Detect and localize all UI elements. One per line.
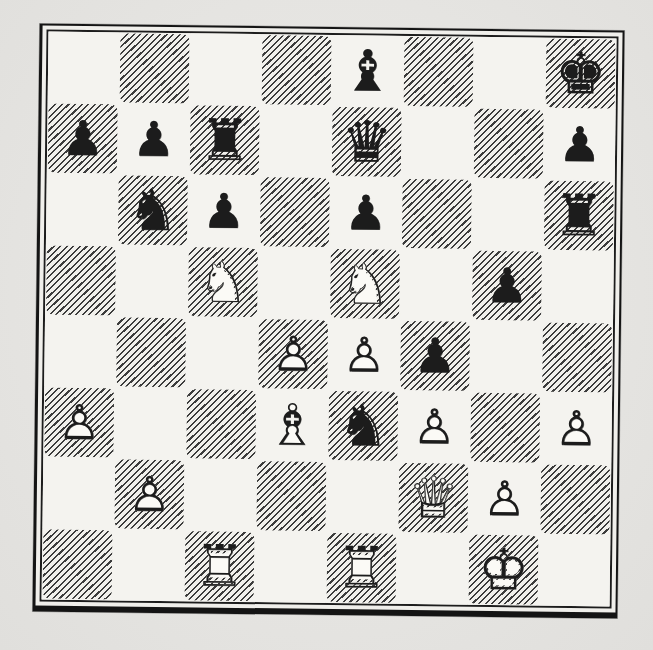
square-a2[interactable] [42, 458, 114, 530]
square-a6[interactable] [46, 174, 118, 246]
square-a7[interactable]: ♟ [47, 103, 119, 175]
piece-black-pawn: ♟ [471, 250, 543, 322]
square-c5[interactable]: ♘ [187, 246, 259, 318]
square-g3[interactable] [469, 392, 541, 464]
square-e3[interactable]: ♞ [327, 390, 399, 462]
piece-white-bishop: ♗ [256, 389, 328, 461]
square-b2[interactable]: ♙ [113, 458, 185, 530]
piece-white-king: ♔ [468, 534, 540, 606]
square-c4[interactable] [186, 317, 258, 389]
square-g2[interactable]: ♙ [468, 463, 540, 535]
square-e6[interactable]: ♟ [330, 177, 402, 249]
square-e4[interactable]: ♙ [328, 319, 400, 391]
square-e1[interactable]: ♖ [326, 532, 398, 604]
square-b6[interactable]: ♞ [117, 174, 189, 246]
chess-board: ♝♚♟♟♜♛♟♞♟♟♜♘♘♟♙♙♟♙♗♞♙♙♙♕♙♖♖♔ [42, 32, 617, 607]
square-d8[interactable] [261, 34, 333, 106]
square-e5[interactable]: ♘ [329, 248, 401, 320]
piece-white-pawn: ♙ [328, 319, 400, 391]
piece-black-pawn: ♟ [399, 320, 471, 392]
piece-white-knight: ♘ [329, 248, 401, 320]
square-f5[interactable] [400, 249, 472, 321]
square-f3[interactable]: ♙ [398, 391, 470, 463]
square-g7[interactable] [473, 108, 545, 180]
piece-black-pawn: ♟ [330, 177, 402, 249]
square-a4[interactable] [44, 316, 116, 388]
square-b7[interactable]: ♟ [118, 103, 190, 175]
square-h1[interactable] [539, 535, 611, 607]
square-f4[interactable]: ♟ [399, 320, 471, 392]
square-a3[interactable]: ♙ [43, 387, 115, 459]
piece-black-king: ♚ [545, 38, 617, 110]
piece-white-pawn: ♙ [540, 393, 612, 465]
square-c7[interactable]: ♜ [189, 104, 261, 176]
piece-white-queen: ♕ [397, 462, 469, 534]
square-d7[interactable] [260, 105, 332, 177]
square-h4[interactable] [541, 322, 613, 394]
square-c8[interactable] [190, 33, 262, 105]
piece-black-pawn: ♟ [47, 103, 119, 175]
square-d4[interactable]: ♙ [257, 318, 329, 390]
square-d2[interactable] [255, 460, 327, 532]
square-g1[interactable]: ♔ [468, 534, 540, 606]
square-h6[interactable]: ♜ [543, 180, 615, 252]
piece-black-knight: ♞ [327, 390, 399, 462]
square-d3[interactable]: ♗ [256, 389, 328, 461]
square-e8[interactable]: ♝ [332, 35, 404, 107]
piece-white-pawn: ♙ [257, 318, 329, 390]
square-c1[interactable]: ♖ [184, 530, 256, 602]
square-e7[interactable]: ♛ [331, 106, 403, 178]
square-g4[interactable] [470, 321, 542, 393]
square-b4[interactable] [115, 316, 187, 388]
chess-board-inner-border: ♝♚♟♟♜♛♟♞♟♟♜♘♘♟♙♙♟♙♗♞♙♙♙♕♙♖♖♔ [40, 30, 619, 609]
square-a8[interactable] [48, 32, 120, 104]
piece-white-rook: ♖ [326, 532, 398, 604]
square-c3[interactable] [185, 388, 257, 460]
piece-black-queen: ♛ [331, 106, 403, 178]
square-f8[interactable] [403, 36, 475, 108]
square-c2[interactable] [184, 459, 256, 531]
piece-black-pawn: ♟ [118, 103, 190, 175]
piece-white-pawn: ♙ [113, 458, 185, 530]
piece-black-rook: ♜ [189, 104, 261, 176]
piece-white-rook: ♖ [184, 530, 256, 602]
square-h7[interactable]: ♟ [544, 109, 616, 181]
square-h2[interactable] [539, 464, 611, 536]
square-g8[interactable] [474, 37, 546, 109]
square-b8[interactable] [119, 32, 191, 104]
square-e2[interactable] [326, 461, 398, 533]
square-g5[interactable]: ♟ [471, 250, 543, 322]
square-a1[interactable] [42, 529, 114, 601]
square-h3[interactable]: ♙ [540, 393, 612, 465]
square-d1[interactable] [255, 531, 327, 603]
piece-black-rook: ♜ [543, 180, 615, 252]
chess-board-frame: ♝♚♟♟♜♛♟♞♟♟♜♘♘♟♙♙♟♙♗♞♙♙♙♕♙♖♖♔ [32, 23, 624, 618]
piece-black-bishop: ♝ [332, 35, 404, 107]
square-h8[interactable]: ♚ [545, 38, 617, 110]
square-g6[interactable] [472, 179, 544, 251]
square-h5[interactable] [542, 251, 614, 323]
square-b1[interactable] [113, 529, 185, 601]
piece-black-pawn: ♟ [544, 109, 616, 181]
square-f1[interactable] [397, 533, 469, 605]
square-d5[interactable] [258, 247, 330, 319]
square-f2[interactable]: ♕ [397, 462, 469, 534]
square-d6[interactable] [259, 176, 331, 248]
piece-white-pawn: ♙ [398, 391, 470, 463]
square-b5[interactable] [116, 245, 188, 317]
piece-white-pawn: ♙ [468, 463, 540, 535]
piece-white-knight: ♘ [187, 246, 259, 318]
square-b3[interactable] [114, 387, 186, 459]
piece-black-knight: ♞ [117, 174, 189, 246]
square-c6[interactable]: ♟ [188, 175, 260, 247]
square-f7[interactable] [402, 107, 474, 179]
square-f6[interactable] [401, 178, 473, 250]
piece-black-pawn: ♟ [188, 175, 260, 247]
square-a5[interactable] [45, 245, 117, 317]
piece-white-pawn: ♙ [43, 387, 115, 459]
